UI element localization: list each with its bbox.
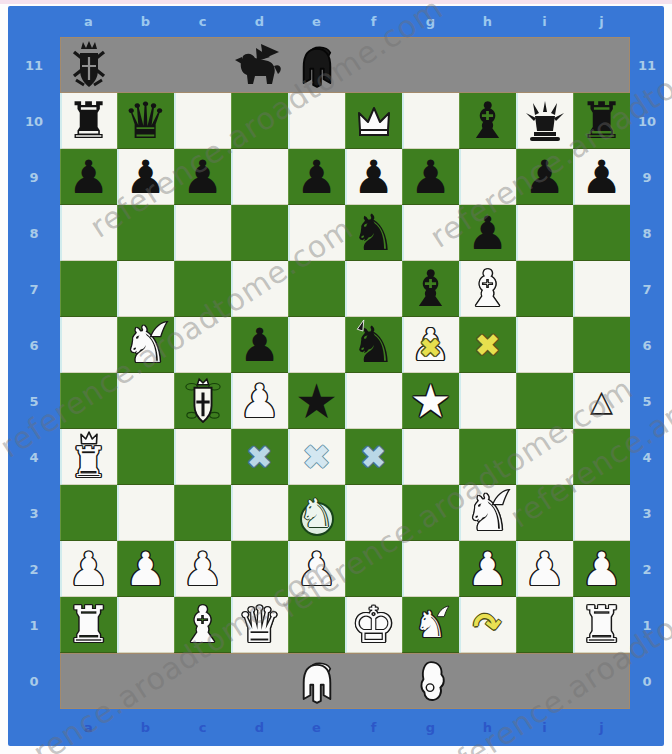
square-e5: ★ bbox=[288, 373, 345, 429]
file-label-f: f bbox=[345, 6, 402, 37]
square-h10: ♝ bbox=[459, 93, 516, 149]
square-h8: ♟ bbox=[459, 205, 516, 261]
rank-label-8: 8 bbox=[630, 205, 664, 261]
square-i8 bbox=[516, 205, 573, 261]
square-b9: ♟ bbox=[117, 149, 174, 205]
square-i0 bbox=[516, 653, 573, 709]
file-label-g: g bbox=[402, 709, 459, 746]
square-e0 bbox=[288, 653, 345, 709]
square-c6 bbox=[174, 317, 231, 373]
square-h0 bbox=[459, 653, 516, 709]
square-j1: ♜ bbox=[573, 597, 630, 653]
square-j8 bbox=[573, 205, 630, 261]
square-f10 bbox=[345, 93, 402, 149]
square-i5 bbox=[516, 373, 573, 429]
blue-x-marker: ✖ bbox=[288, 429, 345, 485]
square-g9: ♟ bbox=[402, 149, 459, 205]
square-e3: ♞ bbox=[288, 485, 345, 541]
square-f9: ♟ bbox=[345, 149, 402, 205]
rank-label-6: 6 bbox=[630, 317, 664, 373]
square-g2 bbox=[402, 541, 459, 597]
white-pawn: ♟ bbox=[60, 541, 117, 597]
square-a2: ♟ bbox=[60, 541, 117, 597]
rank-label-9: 9 bbox=[8, 149, 60, 205]
black-pawn: ♟ bbox=[174, 149, 231, 205]
file-label-g: g bbox=[402, 6, 459, 37]
white-pawn: ♟ bbox=[573, 541, 630, 597]
square-e10 bbox=[288, 93, 345, 149]
square-c5 bbox=[174, 373, 231, 429]
square-f0 bbox=[345, 653, 402, 709]
white-triangle-marker: △ bbox=[573, 373, 630, 429]
white-pawn-with-yellow-x: ♟ ✖ bbox=[402, 317, 459, 373]
square-d11 bbox=[231, 37, 288, 93]
square-g10 bbox=[402, 93, 459, 149]
file-label-h: h bbox=[459, 709, 516, 746]
white-pawn: ♟ bbox=[231, 373, 288, 429]
white-pawn: ♟ bbox=[174, 541, 231, 597]
white-pawn: ♟ bbox=[117, 541, 174, 597]
white-king: ♚ bbox=[345, 597, 402, 653]
white-pawn: ♟ bbox=[288, 541, 345, 597]
blue-x-marker: ✖ bbox=[345, 429, 402, 485]
square-c4 bbox=[174, 429, 231, 485]
square-e7 bbox=[288, 261, 345, 317]
file-label-d: d bbox=[231, 6, 288, 37]
white-bishop: ♝ bbox=[459, 261, 516, 317]
square-f3 bbox=[345, 485, 402, 541]
file-label-i: i bbox=[516, 709, 573, 746]
square-d4: ✖ bbox=[231, 429, 288, 485]
rank-label-3: 3 bbox=[630, 485, 664, 541]
square-f11 bbox=[345, 37, 402, 93]
white-winged-knight: ♞ bbox=[459, 485, 516, 541]
square-j7 bbox=[573, 261, 630, 317]
black-pawn: ♟ bbox=[573, 149, 630, 205]
rank-label-2: 2 bbox=[630, 541, 664, 597]
square-h3: ♞ bbox=[459, 485, 516, 541]
black-knight: ♞ bbox=[345, 205, 402, 261]
square-a11 bbox=[60, 37, 117, 93]
square-d1: ♛ bbox=[231, 597, 288, 653]
square-e9: ♟ bbox=[288, 149, 345, 205]
square-i7 bbox=[516, 261, 573, 317]
black-pawn: ♟ bbox=[60, 149, 117, 205]
square-a0 bbox=[60, 653, 117, 709]
black-bishop: ♝ bbox=[402, 261, 459, 317]
square-c10 bbox=[174, 93, 231, 149]
white-bishop: ♝ bbox=[174, 597, 231, 653]
square-i9: ♟ bbox=[516, 149, 573, 205]
square-e2: ♟ bbox=[288, 541, 345, 597]
black-bishop: ♝ bbox=[459, 93, 516, 149]
square-b6: ♞ bbox=[117, 317, 174, 373]
square-b4 bbox=[117, 429, 174, 485]
square-h6: ✖ bbox=[459, 317, 516, 373]
black-pawn: ♟ bbox=[345, 149, 402, 205]
square-c9: ♟ bbox=[174, 149, 231, 205]
square-i11 bbox=[516, 37, 573, 93]
white-rook: ♜ bbox=[573, 597, 630, 653]
file-label-a: a bbox=[60, 6, 117, 37]
black-pawn: ♟ bbox=[231, 317, 288, 373]
square-d9 bbox=[231, 149, 288, 205]
white-winged-knight: ♞ bbox=[117, 317, 174, 373]
rank-label-8: 8 bbox=[8, 205, 60, 261]
square-d7 bbox=[231, 261, 288, 317]
square-d6: ♟ bbox=[231, 317, 288, 373]
square-c3 bbox=[174, 485, 231, 541]
black-helmet bbox=[288, 37, 345, 93]
white-queen: ♛ bbox=[231, 597, 288, 653]
square-g3 bbox=[402, 485, 459, 541]
files-bottom: abcdefghij bbox=[60, 709, 630, 746]
square-g7: ♝ bbox=[402, 261, 459, 317]
square-f8: ♞ bbox=[345, 205, 402, 261]
rank-label-11: 11 bbox=[8, 37, 60, 93]
rank-label-10: 10 bbox=[630, 93, 664, 149]
file-label-c: c bbox=[174, 6, 231, 37]
white-star: ★ bbox=[402, 373, 459, 429]
black-rook: ♜ bbox=[573, 93, 630, 149]
square-h7: ♝ bbox=[459, 261, 516, 317]
board-rank-3: ♞ ♞ bbox=[60, 485, 630, 541]
square-g11 bbox=[402, 37, 459, 93]
black-star: ★ bbox=[288, 373, 345, 429]
rank-label-5: 5 bbox=[630, 373, 664, 429]
square-d0 bbox=[231, 653, 288, 709]
file-label-e: e bbox=[288, 6, 345, 37]
square-g1: ♞ bbox=[402, 597, 459, 653]
square-c7 bbox=[174, 261, 231, 317]
square-h1: ↷ bbox=[459, 597, 516, 653]
square-a6 bbox=[60, 317, 117, 373]
square-f4: ✖ bbox=[345, 429, 402, 485]
yellow-arrow-marker: ↷ bbox=[455, 593, 519, 656]
tray-row-top bbox=[60, 37, 630, 93]
square-j10: ♜ bbox=[573, 93, 630, 149]
board-frame: abcdefghij 11109876543210 ♜♛ ♝ ♜♟♟♟♟♟♟♟♟… bbox=[8, 6, 664, 746]
rank-label-11: 11 bbox=[630, 37, 664, 93]
rank-label-9: 9 bbox=[630, 149, 664, 205]
board-rank-5: ♟★★△ bbox=[60, 373, 630, 429]
tray-row-bottom bbox=[60, 653, 630, 709]
square-e8 bbox=[288, 205, 345, 261]
square-d8 bbox=[231, 205, 288, 261]
square-b1 bbox=[117, 597, 174, 653]
square-a10: ♜ bbox=[60, 93, 117, 149]
black-crest bbox=[60, 37, 117, 93]
square-a7 bbox=[60, 261, 117, 317]
square-g4 bbox=[402, 429, 459, 485]
square-b5 bbox=[117, 373, 174, 429]
square-f5 bbox=[345, 373, 402, 429]
file-label-j: j bbox=[573, 709, 630, 746]
file-label-b: b bbox=[117, 6, 174, 37]
square-e4: ✖ bbox=[288, 429, 345, 485]
white-helmet bbox=[288, 653, 345, 709]
files-top: abcdefghij bbox=[60, 6, 630, 37]
square-c11 bbox=[174, 37, 231, 93]
square-f1: ♚ bbox=[345, 597, 402, 653]
square-f6: ♞ bbox=[345, 317, 402, 373]
rank-label-0: 0 bbox=[630, 653, 664, 709]
file-label-i: i bbox=[516, 6, 573, 37]
square-g5: ★ bbox=[402, 373, 459, 429]
square-h4 bbox=[459, 429, 516, 485]
square-i2: ♟ bbox=[516, 541, 573, 597]
rank-label-7: 7 bbox=[630, 261, 664, 317]
rank-label-10: 10 bbox=[8, 93, 60, 149]
white-crown bbox=[345, 93, 402, 149]
square-d10 bbox=[231, 93, 288, 149]
square-c8 bbox=[174, 205, 231, 261]
white-round-knight: ♞ bbox=[288, 485, 345, 541]
rank-label-7: 7 bbox=[8, 261, 60, 317]
square-j5: △ bbox=[573, 373, 630, 429]
square-b2: ♟ bbox=[117, 541, 174, 597]
square-j4 bbox=[573, 429, 630, 485]
black-rook: ♜ bbox=[60, 93, 117, 149]
square-a9: ♟ bbox=[60, 149, 117, 205]
square-h2: ♟ bbox=[459, 541, 516, 597]
file-label-f: f bbox=[345, 709, 402, 746]
square-b3 bbox=[117, 485, 174, 541]
square-d5: ♟ bbox=[231, 373, 288, 429]
white-pawn: ♟ bbox=[459, 541, 516, 597]
board-rank-1: ♜♝♛♚ ♞ ↷♜ bbox=[60, 597, 630, 653]
square-d3 bbox=[231, 485, 288, 541]
black-griffin bbox=[231, 37, 288, 93]
file-label-h: h bbox=[459, 6, 516, 37]
square-j9: ♟ bbox=[573, 149, 630, 205]
square-c2: ♟ bbox=[174, 541, 231, 597]
white-rook: ♜ bbox=[60, 597, 117, 653]
square-a1: ♜ bbox=[60, 597, 117, 653]
square-g0 bbox=[402, 653, 459, 709]
square-g6: ♟ ✖ bbox=[402, 317, 459, 373]
rank-label-1: 1 bbox=[8, 597, 60, 653]
square-j2: ♟ bbox=[573, 541, 630, 597]
rank-label-2: 2 bbox=[8, 541, 60, 597]
square-j3 bbox=[573, 485, 630, 541]
board-rank-7: ♝♝ bbox=[60, 261, 630, 317]
black-pawn: ♟ bbox=[402, 149, 459, 205]
square-b7 bbox=[117, 261, 174, 317]
yellow-x-marker: ✖ bbox=[459, 317, 516, 373]
square-i6 bbox=[516, 317, 573, 373]
file-label-e: e bbox=[288, 709, 345, 746]
board-rank-6: ♞ ♟ ♞ ♟ ✖ ✖ bbox=[60, 317, 630, 373]
black-pawn: ♟ bbox=[117, 149, 174, 205]
square-i10 bbox=[516, 93, 573, 149]
white-crowned-rook: ♜ bbox=[60, 429, 117, 485]
board-rank-10: ♜♛ ♝ ♜ bbox=[60, 93, 630, 149]
square-a5 bbox=[60, 373, 117, 429]
board-rank-9: ♟♟♟♟♟♟♟♟ bbox=[60, 149, 630, 205]
play-area: ♜♛ ♝ ♜♟♟♟♟♟♟♟♟♞♟♝♝ ♞ ♟ ♞ ♟ ✖ ✖ ♟★★△ ♜ ✖✖… bbox=[60, 37, 630, 709]
square-c1: ♝ bbox=[174, 597, 231, 653]
file-label-b: b bbox=[117, 709, 174, 746]
square-a8 bbox=[60, 205, 117, 261]
black-radiant-crown bbox=[516, 93, 573, 149]
square-g8 bbox=[402, 205, 459, 261]
white-shield-cross bbox=[174, 373, 231, 429]
square-b8 bbox=[117, 205, 174, 261]
white-pegasus: ♞ bbox=[402, 597, 459, 653]
square-j11 bbox=[573, 37, 630, 93]
board-rank-8: ♞♟ bbox=[60, 205, 630, 261]
board: ♜♛ ♝ ♜♟♟♟♟♟♟♟♟♞♟♝♝ ♞ ♟ ♞ ♟ ✖ ✖ ♟★★△ ♜ ✖✖… bbox=[60, 93, 630, 653]
square-f7 bbox=[345, 261, 402, 317]
square-e1 bbox=[288, 597, 345, 653]
black-pawn: ♟ bbox=[516, 149, 573, 205]
square-d2 bbox=[231, 541, 288, 597]
white-pawn: ♟ bbox=[516, 541, 573, 597]
square-e11 bbox=[288, 37, 345, 93]
rank-label-4: 4 bbox=[630, 429, 664, 485]
square-c0 bbox=[174, 653, 231, 709]
rank-label-0: 0 bbox=[8, 653, 60, 709]
black-unicorn-knight: ♞ bbox=[345, 317, 402, 373]
square-b11 bbox=[117, 37, 174, 93]
square-f2 bbox=[345, 541, 402, 597]
file-label-j: j bbox=[573, 6, 630, 37]
ranks-right: 11109876543210 bbox=[630, 37, 664, 709]
scanned-chess-diagram-page: abcdefghij 11109876543210 ♜♛ ♝ ♜♟♟♟♟♟♟♟♟… bbox=[0, 0, 672, 754]
square-a4: ♜ bbox=[60, 429, 117, 485]
board-rank-2: ♟♟♟♟♟♟♟ bbox=[60, 541, 630, 597]
file-label-c: c bbox=[174, 709, 231, 746]
square-a3 bbox=[60, 485, 117, 541]
board-rank-4: ♜ ✖✖✖ bbox=[60, 429, 630, 485]
rank-label-3: 3 bbox=[8, 485, 60, 541]
square-j0 bbox=[573, 653, 630, 709]
square-b10: ♛ bbox=[117, 93, 174, 149]
square-h11 bbox=[459, 37, 516, 93]
square-i4 bbox=[516, 429, 573, 485]
square-j6 bbox=[573, 317, 630, 373]
rank-label-4: 4 bbox=[8, 429, 60, 485]
black-queen: ♛ bbox=[117, 93, 174, 149]
rank-label-1: 1 bbox=[630, 597, 664, 653]
rank-label-5: 5 bbox=[8, 373, 60, 429]
rank-label-6: 6 bbox=[8, 317, 60, 373]
ranks-left: 11109876543210 bbox=[8, 37, 60, 709]
square-h5 bbox=[459, 373, 516, 429]
square-i3 bbox=[516, 485, 573, 541]
square-i1 bbox=[516, 597, 573, 653]
square-h9 bbox=[459, 149, 516, 205]
black-pawn: ♟ bbox=[288, 149, 345, 205]
file-label-a: a bbox=[60, 709, 117, 746]
black-pawn: ♟ bbox=[459, 205, 516, 261]
square-b0 bbox=[117, 653, 174, 709]
blue-x-marker: ✖ bbox=[231, 429, 288, 485]
square-e6 bbox=[288, 317, 345, 373]
white-ghost bbox=[402, 653, 459, 709]
file-label-d: d bbox=[231, 709, 288, 746]
